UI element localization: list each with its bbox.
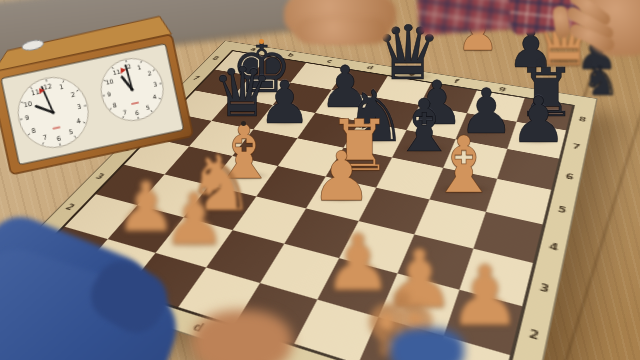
- piece-white-pawn-h2[interactable]: ♟: [444, 255, 527, 338]
- white-pawn-glyph: ♟: [444, 255, 527, 338]
- piece-black-pawn-h7[interactable]: ♟: [506, 89, 570, 153]
- piece-white-pawn-c2[interactable]: ♟: [159, 184, 230, 255]
- player-sleeve-blurred: [390, 328, 464, 360]
- white-pawn-glyph: ♟: [307, 143, 375, 211]
- piece-white-pawn-e4[interactable]: ♟: [307, 143, 375, 211]
- player-hand-blurred: [192, 310, 292, 360]
- piece-white-bishop-g5[interactable]: ♝: [425, 126, 503, 204]
- clock-numeral: 10: [23, 100, 33, 110]
- clock-numeral: 11: [31, 88, 41, 98]
- black-pawn-glyph: ♟: [506, 89, 570, 153]
- opponent-hand-knuckles: [296, 18, 388, 44]
- white-pawn-glyph: ♟: [159, 184, 230, 255]
- scene: aa88bb77cc66dd55ee44ff33gg22hh11 ♜♚♟♟♟♟♛…: [0, 0, 640, 360]
- white-bishop-glyph: ♝: [425, 126, 503, 204]
